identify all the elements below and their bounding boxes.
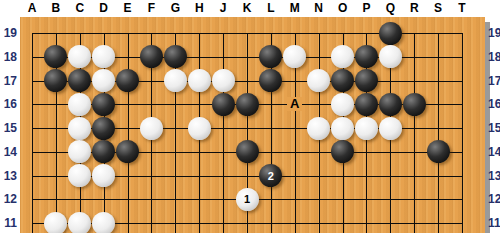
stone-white-C15[interactable] — [68, 117, 91, 140]
stone-white-C16[interactable] — [68, 93, 91, 116]
stone-white-F15[interactable] — [140, 117, 163, 140]
grid-line-vertical-A — [32, 33, 33, 233]
column-label-D: D — [96, 1, 112, 16]
column-label-C: C — [72, 1, 88, 16]
row-label-left-12: 12 — [0, 191, 17, 207]
stone-white-O16[interactable] — [331, 93, 354, 116]
stone-white-D11[interactable] — [92, 212, 115, 234]
stone-white-K12[interactable]: 1 — [236, 188, 259, 211]
column-label-A: A — [24, 1, 40, 16]
column-label-K: K — [239, 1, 255, 16]
column-label-L: L — [263, 1, 279, 16]
stone-white-B11[interactable] — [44, 212, 67, 234]
stone-black-O17[interactable] — [331, 69, 354, 92]
grid-line-vertical-T — [462, 33, 463, 233]
stone-black-J16[interactable] — [212, 93, 235, 116]
stone-black-R16[interactable] — [403, 93, 426, 116]
stone-white-N15[interactable] — [307, 117, 330, 140]
column-label-B: B — [48, 1, 64, 16]
stone-black-G18[interactable] — [164, 45, 187, 68]
stone-black-Q19[interactable] — [379, 22, 402, 45]
column-label-H: H — [191, 1, 207, 16]
column-label-Q: Q — [382, 1, 398, 16]
row-label-right-13: 13 — [488, 168, 500, 184]
move-number-1: 1 — [244, 193, 250, 205]
stone-black-K14[interactable] — [236, 140, 259, 163]
row-label-right-15: 15 — [488, 120, 500, 136]
stone-black-D16[interactable] — [92, 93, 115, 116]
stone-white-G17[interactable] — [164, 69, 187, 92]
stone-white-H17[interactable] — [188, 69, 211, 92]
row-label-right-14: 14 — [488, 144, 500, 160]
row-label-left-11: 11 — [0, 215, 17, 231]
column-label-E: E — [120, 1, 136, 16]
stone-black-E17[interactable] — [116, 69, 139, 92]
row-label-left-16: 16 — [0, 96, 17, 112]
column-label-R: R — [406, 1, 422, 16]
stone-black-P16[interactable] — [355, 93, 378, 116]
board-annotation-A: A — [287, 97, 302, 111]
move-number-2: 2 — [268, 170, 274, 182]
go-board-viewer: ABCDEFGHJKLMNOPQRST 191817161514131211 1… — [0, 0, 500, 233]
stone-white-C11[interactable] — [68, 212, 91, 234]
stone-black-D15[interactable] — [92, 117, 115, 140]
stone-white-O15[interactable] — [331, 117, 354, 140]
stone-black-P17[interactable] — [355, 69, 378, 92]
stone-white-D13[interactable] — [92, 164, 115, 187]
row-label-left-14: 14 — [0, 144, 17, 160]
stone-white-P15[interactable] — [355, 117, 378, 140]
column-label-O: O — [335, 1, 351, 16]
row-label-right-11: 11 — [488, 215, 500, 231]
stone-black-K16[interactable] — [236, 93, 259, 116]
column-label-S: S — [430, 1, 446, 16]
row-label-left-19: 19 — [0, 25, 17, 41]
stone-black-Q16[interactable] — [379, 93, 402, 116]
row-label-right-17: 17 — [488, 73, 500, 89]
row-label-left-13: 13 — [0, 168, 17, 184]
column-label-N: N — [311, 1, 327, 16]
stone-white-H15[interactable] — [188, 117, 211, 140]
grid-line-vertical-E — [128, 33, 129, 233]
row-label-left-15: 15 — [0, 120, 17, 136]
grid-line-vertical-R — [414, 33, 415, 233]
column-label-P: P — [358, 1, 374, 16]
stone-white-Q18[interactable] — [379, 45, 402, 68]
row-label-right-19: 19 — [488, 25, 500, 41]
stone-black-S14[interactable] — [427, 140, 450, 163]
row-label-right-12: 12 — [488, 191, 500, 207]
column-label-T: T — [454, 1, 470, 16]
row-label-right-16: 16 — [488, 96, 500, 112]
grid-line-vertical-S — [438, 33, 439, 233]
stone-white-D17[interactable] — [92, 69, 115, 92]
stone-white-J17[interactable] — [212, 69, 235, 92]
grid-line-vertical-J — [223, 33, 224, 233]
column-label-G: G — [167, 1, 183, 16]
row-label-right-18: 18 — [488, 49, 500, 65]
row-label-left-18: 18 — [0, 49, 17, 65]
column-label-F: F — [143, 1, 159, 16]
stone-white-Q15[interactable] — [379, 117, 402, 140]
column-label-M: M — [287, 1, 303, 16]
column-label-J: J — [215, 1, 231, 16]
row-label-left-17: 17 — [0, 73, 17, 89]
